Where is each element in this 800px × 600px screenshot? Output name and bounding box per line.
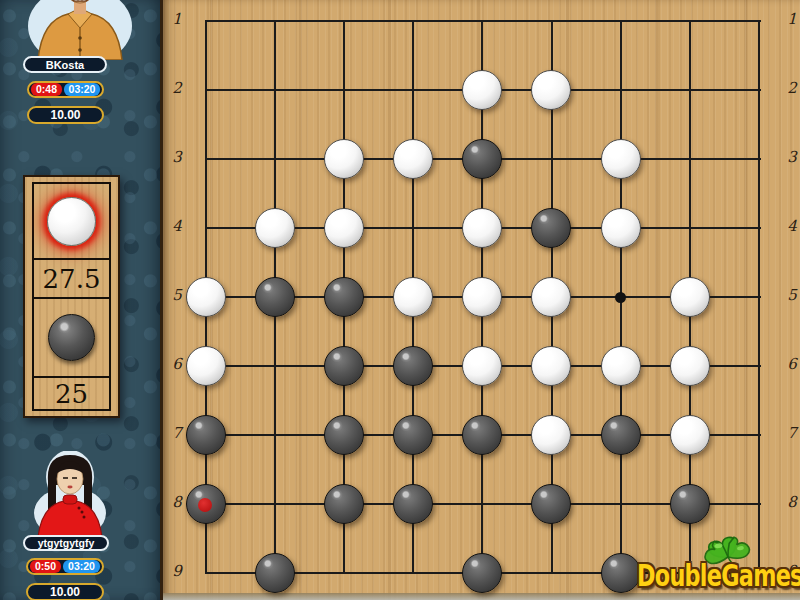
board-cell-r9c2[interactable] <box>241 539 310 600</box>
black-stone <box>186 484 226 524</box>
sidebar-wallpaper: BKosta 0:48 03:20 10.00 27.5 25 <box>0 0 160 600</box>
player-timer-bottom: 0:50 03:20 <box>26 558 104 575</box>
board-cell-r1c8[interactable] <box>655 0 724 56</box>
white-stone <box>462 277 502 317</box>
board-cell-r8c7[interactable] <box>586 470 655 539</box>
board-cell-r3c3[interactable] <box>310 125 379 194</box>
black-stone <box>393 415 433 455</box>
board-cell-r8c4[interactable] <box>379 470 448 539</box>
board-cell-r1c5[interactable] <box>448 0 517 56</box>
board-cell-r3c5[interactable] <box>448 125 517 194</box>
board-cell-r1c7[interactable] <box>586 0 655 56</box>
board-cell-r3c2[interactable] <box>241 125 310 194</box>
white-stone <box>186 346 226 386</box>
board-cell-r2c2[interactable] <box>241 56 310 125</box>
board-cell-r3c7[interactable] <box>586 125 655 194</box>
player-avatar-bottom <box>26 451 114 537</box>
board-cell-r8c6[interactable] <box>517 470 586 539</box>
board-cell-r8c3[interactable] <box>310 470 379 539</box>
board-cell-r8c5[interactable] <box>448 470 517 539</box>
time-left-top: 0:48 <box>31 83 62 96</box>
white-stone <box>531 277 571 317</box>
white-score: 27.5 <box>43 264 101 294</box>
board-cell-r9c6[interactable] <box>517 539 586 600</box>
player-name-top-label: BKosta <box>46 59 85 71</box>
board-cell-r2c7[interactable] <box>586 56 655 125</box>
board-cell-r6c3[interactable] <box>310 332 379 401</box>
black-stone <box>324 484 364 524</box>
board-cell-r3c6[interactable] <box>517 125 586 194</box>
time-total-bottom: 03:20 <box>63 560 100 573</box>
board-cell-r9c5[interactable] <box>448 539 517 600</box>
board-cell-r6c4[interactable] <box>379 332 448 401</box>
board-cell-r7c2[interactable] <box>241 401 310 470</box>
board-cell-r6c7[interactable] <box>586 332 655 401</box>
board-cell-r2c9[interactable] <box>724 56 793 125</box>
board-cell-r3c1[interactable] <box>171 125 240 194</box>
doublegames-logo: DoubleGames <box>633 536 800 600</box>
white-stone-turn-indicator <box>47 197 96 246</box>
black-score: 25 <box>55 379 88 409</box>
black-stone-indicator <box>48 314 95 361</box>
time-total-top: 03:20 <box>64 83 100 96</box>
board-cell-r6c8[interactable] <box>655 332 724 401</box>
player-avatar-top <box>16 0 144 60</box>
board-cell-r7c3[interactable] <box>310 401 379 470</box>
last-move-marker <box>198 498 212 512</box>
white-score-cell: 27.5 <box>34 258 109 299</box>
board-cell-r4c4[interactable] <box>379 194 448 263</box>
board-cell-r1c1[interactable] <box>171 0 240 56</box>
board-cell-r8c1[interactable] <box>171 470 240 539</box>
board-cell-r2c3[interactable] <box>310 56 379 125</box>
board-cell-r5c6[interactable] <box>517 263 586 332</box>
board-cell-r7c6[interactable] <box>517 401 586 470</box>
player-money-top: 10.00 <box>27 106 104 124</box>
board-cell-r3c9[interactable] <box>724 125 793 194</box>
board-cell-r7c5[interactable] <box>448 401 517 470</box>
board-cell-r8c8[interactable] <box>655 470 724 539</box>
white-stone <box>601 139 641 179</box>
white-stone <box>393 277 433 317</box>
black-stone <box>186 415 226 455</box>
board-cell-r3c8[interactable] <box>655 125 724 194</box>
board-cell-r5c7[interactable] <box>586 263 655 332</box>
black-stone-tray-cell <box>34 299 109 376</box>
board-cell-r6c2[interactable] <box>241 332 310 401</box>
board-cell-r4c1[interactable] <box>171 194 240 263</box>
black-stone <box>324 415 364 455</box>
board-cell-r2c8[interactable] <box>655 56 724 125</box>
board-cell-r4c7[interactable] <box>586 194 655 263</box>
board-cell-r7c4[interactable] <box>379 401 448 470</box>
board-cell-r6c1[interactable] <box>171 332 240 401</box>
white-stone <box>531 346 571 386</box>
board-cell-r5c4[interactable] <box>379 263 448 332</box>
go-board: 112233445566778899 DoubleGames <box>160 0 800 600</box>
board-cell-r5c5[interactable] <box>448 263 517 332</box>
player-money-bottom: 10.00 <box>26 583 104 600</box>
player-timer-top: 0:48 03:20 <box>27 81 104 98</box>
board-cell-r5c1[interactable] <box>171 263 240 332</box>
black-stone <box>255 277 295 317</box>
board-cell-r4c2[interactable] <box>241 194 310 263</box>
board-cell-r2c4[interactable] <box>379 56 448 125</box>
white-stone <box>255 208 295 248</box>
board-cell-r2c5[interactable] <box>448 56 517 125</box>
board-cell-r4c3[interactable] <box>310 194 379 263</box>
board-cell-r7c9[interactable] <box>724 401 793 470</box>
player-name-top: BKosta <box>23 56 107 73</box>
black-score-cell: 25 <box>34 376 109 409</box>
board-cell-r1c9[interactable] <box>724 0 793 56</box>
black-stone <box>255 553 295 593</box>
black-stone <box>393 346 433 386</box>
white-stone <box>462 70 502 110</box>
board-cell-r5c2[interactable] <box>241 263 310 332</box>
white-stone <box>670 346 710 386</box>
black-stone <box>531 208 571 248</box>
player-money-top-label: 10.00 <box>50 108 80 122</box>
board-cells-grid <box>171 0 793 600</box>
white-stone <box>601 346 641 386</box>
white-stone <box>462 208 502 248</box>
score-tray: 27.5 25 <box>23 175 120 418</box>
board-cell-r7c1[interactable] <box>171 401 240 470</box>
board-cell-r1c3[interactable] <box>310 0 379 56</box>
board-cell-r7c8[interactable] <box>655 401 724 470</box>
board-cell-r9c3[interactable] <box>310 539 379 600</box>
white-stone <box>462 346 502 386</box>
player-money-bottom-label: 10.00 <box>50 585 80 599</box>
board-cell-r1c4[interactable] <box>379 0 448 56</box>
board-cell-r5c9[interactable] <box>724 263 793 332</box>
white-stone <box>670 277 710 317</box>
white-stone <box>601 208 641 248</box>
board-cell-r4c9[interactable] <box>724 194 793 263</box>
black-stone <box>324 277 364 317</box>
player-name-bottom: ytgytgytgfy <box>23 535 109 551</box>
board-cell-r6c9[interactable] <box>724 332 793 401</box>
white-stone <box>393 139 433 179</box>
black-stone <box>324 346 364 386</box>
board-cell-r4c5[interactable] <box>448 194 517 263</box>
board-cell-r4c6[interactable] <box>517 194 586 263</box>
board-cell-r8c2[interactable] <box>241 470 310 539</box>
board-cell-r7c7[interactable] <box>586 401 655 470</box>
time-left-bottom: 0:50 <box>30 560 61 573</box>
board-cell-r2c6[interactable] <box>517 56 586 125</box>
board-cell-r6c5[interactable] <box>448 332 517 401</box>
white-stone <box>670 415 710 455</box>
white-stone <box>324 139 364 179</box>
board-cell-r9c1[interactable] <box>171 539 240 600</box>
black-stone <box>531 484 571 524</box>
player-name-bottom-label: ytgytgytgfy <box>38 537 95 549</box>
board-cell-r3c4[interactable] <box>379 125 448 194</box>
board-cell-r5c3[interactable] <box>310 263 379 332</box>
board-cell-r6c6[interactable] <box>517 332 586 401</box>
black-stone <box>670 484 710 524</box>
score-tray-inner: 27.5 25 <box>32 182 111 411</box>
black-stone <box>462 415 502 455</box>
board-cell-r1c2[interactable] <box>241 0 310 56</box>
board-cell-r8c9[interactable] <box>724 470 793 539</box>
black-stone <box>462 139 502 179</box>
white-stone <box>324 208 364 248</box>
board-cell-r2c1[interactable] <box>171 56 240 125</box>
board-cell-r1c6[interactable] <box>517 0 586 56</box>
white-stone <box>531 415 571 455</box>
black-stone <box>393 484 433 524</box>
white-stone-tray-cell <box>34 184 109 258</box>
white-stone <box>186 277 226 317</box>
black-stone <box>601 415 641 455</box>
board-cell-r9c4[interactable] <box>379 539 448 600</box>
board-cell-r4c8[interactable] <box>655 194 724 263</box>
white-stone <box>531 70 571 110</box>
black-stone <box>462 553 502 593</box>
doublegames-logo-text: DoubleGames <box>637 557 800 593</box>
board-cell-r5c8[interactable] <box>655 263 724 332</box>
